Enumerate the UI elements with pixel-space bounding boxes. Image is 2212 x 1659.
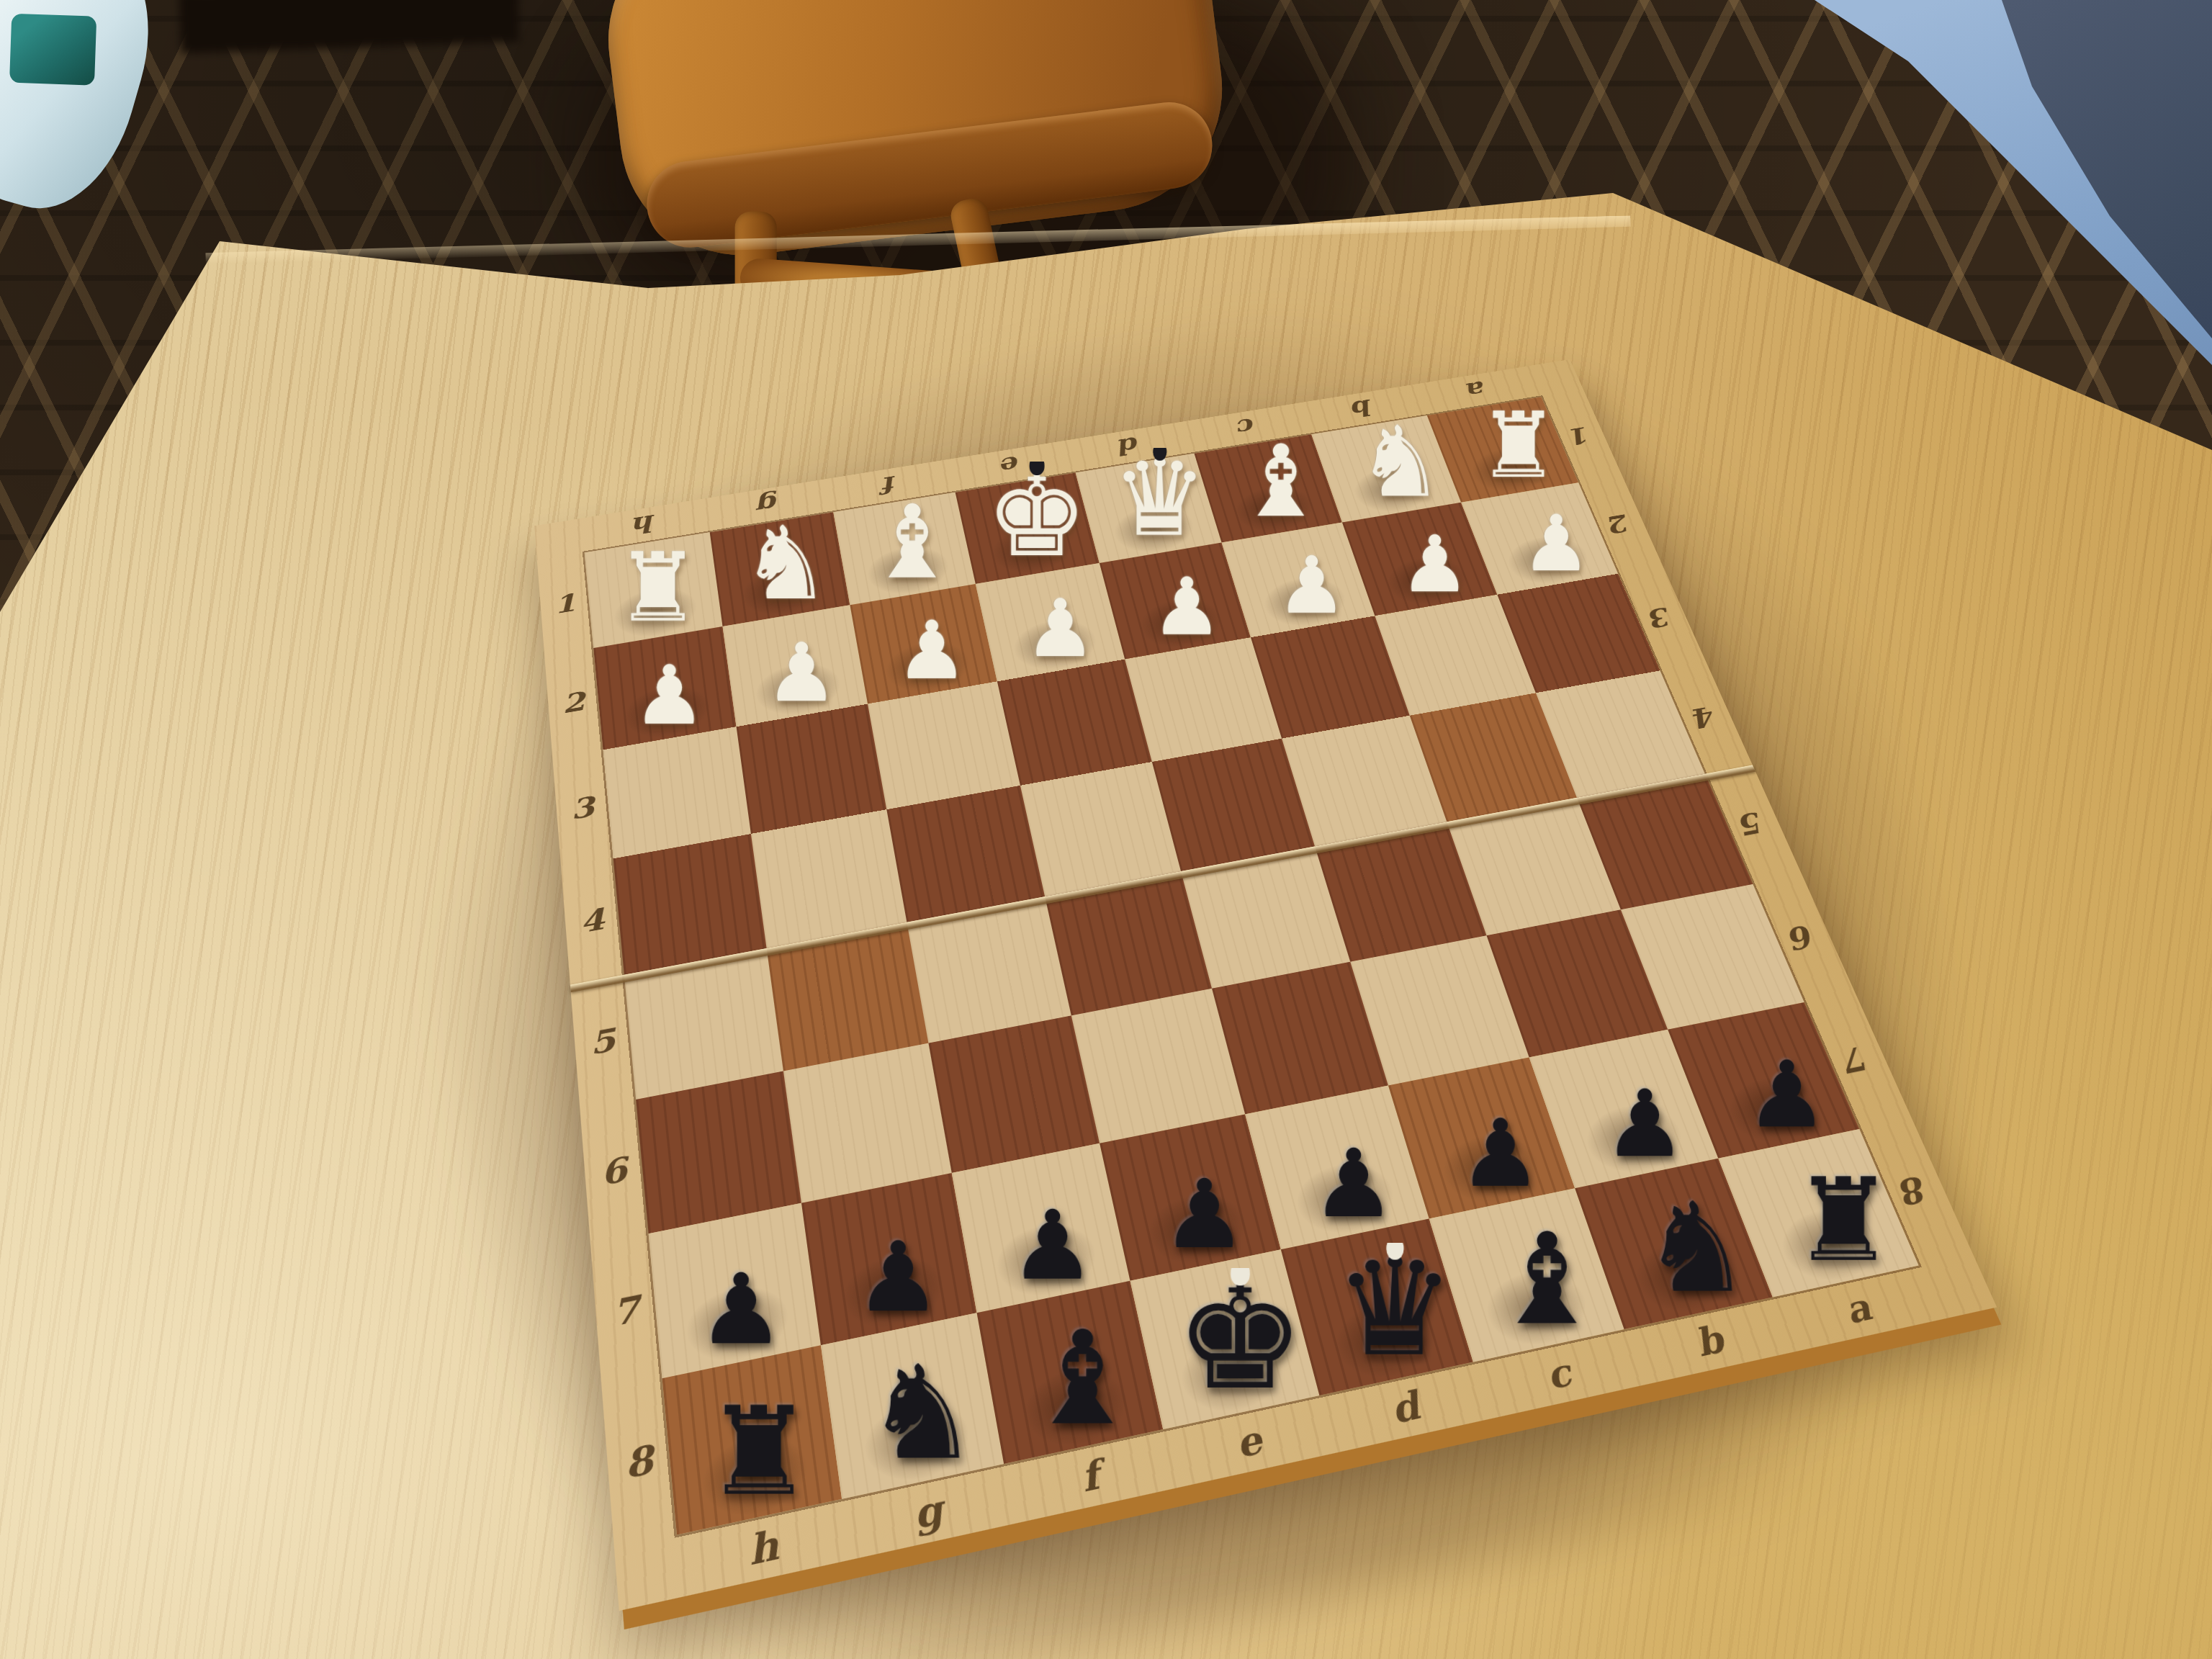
black-knight-icon: ♞ — [1641, 1190, 1752, 1307]
black-queen-icon: ♛ — [1334, 1244, 1456, 1372]
piece-black-knight-g8: ♞ — [864, 1352, 980, 1475]
square-f4 — [886, 786, 1045, 922]
piece-black-pawn-c7: ♟ — [1459, 1109, 1542, 1197]
piece-white-queen-d1: ♛ — [1112, 448, 1208, 549]
square-f8: ♝ — [977, 1281, 1164, 1464]
white-bishop-icon: ♝ — [1236, 434, 1326, 529]
white-pawn-icon: ♟ — [765, 634, 838, 711]
white-rook-icon: ♜ — [1478, 403, 1559, 488]
square-g1: ♞ — [710, 512, 850, 626]
square-e8: ♚ — [1130, 1249, 1319, 1429]
white-queen-icon: ♛ — [1112, 448, 1208, 549]
piece-white-rook-h1: ♜ — [615, 543, 700, 633]
piece-white-knight-b1: ♞ — [1357, 416, 1444, 509]
piece-black-knight-b8: ♞ — [1641, 1190, 1752, 1307]
white-knight-icon: ♞ — [1357, 416, 1444, 509]
label-rank-1-left: 1 — [540, 553, 591, 656]
black-pawn-icon: ♟ — [1162, 1169, 1247, 1259]
square-c1: ♝ — [1195, 434, 1342, 542]
photo-scene: ♜♞♝♚♛♝♞♜♟♟♟♟♟♟♟♟♟♟♟♟♟♟♟♟♜♞♝♚♛♝♞♜ 1234567… — [0, 0, 2212, 1659]
black-king-icon: ♚ — [1175, 1268, 1305, 1406]
piece-black-rook-a8: ♜ — [1792, 1166, 1895, 1275]
piece-white-bishop-c1: ♝ — [1236, 434, 1326, 529]
square-f7: ♟ — [952, 1143, 1130, 1313]
square-f1: ♝ — [833, 493, 976, 606]
piece-white-pawn-a2: ♟ — [1521, 507, 1591, 580]
white-pawn-icon: ♟ — [1151, 569, 1223, 644]
square-h6 — [636, 1071, 801, 1233]
piece-black-pawn-d7: ♟ — [1311, 1139, 1395, 1228]
piece-black-pawn-e7: ♟ — [1162, 1169, 1247, 1259]
label-rank-2-left: 2 — [547, 649, 601, 758]
black-knight-icon: ♞ — [864, 1352, 980, 1475]
white-finial — [1386, 1236, 1404, 1259]
label-rank-7-left: 7 — [594, 1234, 659, 1390]
piece-white-pawn-f2: ♟ — [896, 612, 968, 688]
piece-black-pawn-b7: ♟ — [1604, 1080, 1686, 1168]
square-h8: ♜ — [662, 1345, 842, 1534]
piece-black-rook-h8: ♜ — [704, 1394, 814, 1510]
piece-black-pawn-a7: ♟ — [1745, 1051, 1827, 1138]
label-rank-6-left: 6 — [583, 1100, 645, 1245]
square-e1: ♚ — [956, 473, 1100, 584]
piece-black-queen-d8: ♛ — [1334, 1244, 1456, 1372]
piece-white-rook-a1: ♜ — [1478, 403, 1559, 488]
square-e4 — [1020, 762, 1181, 896]
black-bishop-icon: ♝ — [1491, 1219, 1604, 1339]
white-bishop-icon: ♝ — [867, 494, 958, 590]
white-knight-icon: ♞ — [741, 516, 832, 611]
black-pawn-icon: ♟ — [1604, 1080, 1686, 1168]
piece-white-pawn-h2: ♟ — [633, 657, 706, 734]
piece-black-bishop-c8: ♝ — [1491, 1219, 1604, 1339]
black-pawn-icon: ♟ — [1745, 1051, 1827, 1138]
piece-black-bishop-f8: ♝ — [1025, 1317, 1141, 1440]
black-pawn-icon: ♟ — [1010, 1200, 1095, 1290]
piece-black-king-e8: ♚ — [1175, 1268, 1305, 1406]
square-g8: ♞ — [821, 1313, 1004, 1499]
label-rank-5-left: 5 — [573, 976, 633, 1110]
black-bishop-icon: ♝ — [1025, 1317, 1141, 1440]
piece-white-bishop-f1: ♝ — [867, 494, 958, 590]
black-rook-icon: ♜ — [1792, 1166, 1895, 1275]
black-pawn-icon: ♟ — [1311, 1139, 1395, 1228]
piece-white-pawn-b2: ♟ — [1400, 527, 1470, 601]
white-pawn-icon: ♟ — [633, 657, 706, 734]
white-pawn-icon: ♟ — [1277, 548, 1347, 623]
square-h4 — [613, 834, 767, 975]
black-rook-icon: ♜ — [704, 1394, 814, 1510]
white-pawn-icon: ♟ — [1400, 527, 1470, 601]
piece-black-pawn-h7: ♟ — [698, 1263, 785, 1355]
square-g4 — [751, 809, 907, 948]
jug-teal-decoration — [9, 14, 96, 86]
white-pawn-icon: ♟ — [896, 612, 968, 688]
piece-white-pawn-d2: ♟ — [1151, 569, 1223, 644]
label-rank-4-left: 4 — [564, 859, 621, 984]
white-pawn-icon: ♟ — [1025, 590, 1096, 666]
label-rank-3-left: 3 — [555, 750, 610, 867]
piece-white-pawn-g2: ♟ — [765, 634, 838, 711]
black-pawn-icon: ♟ — [1459, 1109, 1542, 1197]
piece-white-pawn-e2: ♟ — [1025, 590, 1096, 666]
label-rank-8-left: 8 — [606, 1379, 674, 1547]
piece-black-pawn-g7: ♟ — [855, 1231, 941, 1323]
white-finial — [1231, 1261, 1249, 1285]
square-h3 — [603, 727, 750, 858]
black-pawn-icon: ♟ — [698, 1263, 785, 1355]
white-rook-icon: ♜ — [615, 543, 700, 633]
black-pawn-icon: ♟ — [855, 1231, 941, 1323]
square-d1: ♛ — [1076, 454, 1222, 563]
piece-white-knight-g1: ♞ — [741, 516, 832, 611]
piece-white-pawn-c2: ♟ — [1277, 548, 1347, 623]
white-pawn-icon: ♟ — [1521, 507, 1591, 580]
piece-black-pawn-f7: ♟ — [1010, 1200, 1095, 1290]
